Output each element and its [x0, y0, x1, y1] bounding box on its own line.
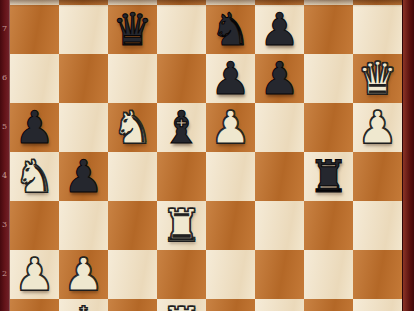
square-a7 — [10, 5, 59, 54]
square-f4 — [255, 152, 304, 201]
square-f7: ♟ — [255, 5, 304, 54]
piece-white-rook: ♜ — [157, 299, 206, 311]
square-h3 — [353, 201, 402, 250]
square-f1 — [255, 299, 304, 311]
piece-white-knight: ♞ — [10, 152, 59, 201]
piece-white-knight: ♞ — [108, 103, 157, 152]
piece-black-pawn: ♟ — [255, 5, 304, 54]
piece-black-pawn: ♟ — [59, 152, 108, 201]
rank-label-2: 2 — [0, 270, 9, 278]
square-a2: ♟ — [10, 250, 59, 299]
square-e5: ♟ — [206, 103, 255, 152]
square-h2 — [353, 250, 402, 299]
square-e6: ♟ — [206, 54, 255, 103]
square-c7: ♛ — [108, 5, 157, 54]
square-f2 — [255, 250, 304, 299]
square-h5: ♟ — [353, 103, 402, 152]
square-c2 — [108, 250, 157, 299]
piece-white-king: ♚ — [59, 299, 108, 311]
square-e3 — [206, 201, 255, 250]
square-c4 — [108, 152, 157, 201]
square-e7: ♞ — [206, 5, 255, 54]
rank-label-6: 6 — [0, 74, 9, 82]
square-g3 — [304, 201, 353, 250]
square-f3 — [255, 201, 304, 250]
rank-labels-strip: 765432 — [0, 0, 10, 311]
square-d5: ♝ — [157, 103, 206, 152]
square-h6: ♛ — [353, 54, 402, 103]
piece-white-queen: ♛ — [353, 54, 402, 103]
square-b3 — [59, 201, 108, 250]
square-c1 — [108, 299, 157, 311]
square-d7 — [157, 5, 206, 54]
piece-white-pawn: ♟ — [353, 103, 402, 152]
square-a4: ♞ — [10, 152, 59, 201]
rank-label-7: 7 — [0, 25, 9, 33]
piece-black-pawn: ♟ — [255, 54, 304, 103]
square-a5: ♟ — [10, 103, 59, 152]
square-f6: ♟ — [255, 54, 304, 103]
piece-white-pawn: ♟ — [206, 103, 255, 152]
chess-board: ♚♛♞♟♟♟♛♟♞♝♟♟♞♟♜♜♟♟♚♜ — [10, 0, 402, 311]
right-frame-strip — [402, 0, 414, 311]
square-h1 — [353, 299, 402, 311]
square-g6 — [304, 54, 353, 103]
piece-white-rook: ♜ — [157, 201, 206, 250]
rank-label-3: 3 — [0, 221, 9, 229]
square-g2 — [304, 250, 353, 299]
square-g5 — [304, 103, 353, 152]
piece-black-queen: ♛ — [108, 5, 157, 54]
piece-black-rook: ♜ — [304, 152, 353, 201]
square-c6 — [108, 54, 157, 103]
rank-label-5: 5 — [0, 123, 9, 131]
chess-board-image: ♚♛♞♟♟♟♛♟♞♝♟♟♞♟♜♜♟♟♚♜ 765432 — [0, 0, 414, 311]
square-d3: ♜ — [157, 201, 206, 250]
piece-white-pawn: ♟ — [10, 250, 59, 299]
piece-black-bishop: ♝ — [157, 103, 206, 152]
piece-white-pawn: ♟ — [59, 250, 108, 299]
square-e2 — [206, 250, 255, 299]
piece-black-pawn: ♟ — [206, 54, 255, 103]
square-g1 — [304, 299, 353, 311]
square-g4: ♜ — [304, 152, 353, 201]
square-d4 — [157, 152, 206, 201]
rank-label-4: 4 — [0, 172, 9, 180]
square-e1 — [206, 299, 255, 311]
square-f5 — [255, 103, 304, 152]
square-b1: ♚ — [59, 299, 108, 311]
square-b2: ♟ — [59, 250, 108, 299]
square-d2 — [157, 250, 206, 299]
piece-black-pawn: ♟ — [10, 103, 59, 152]
square-g7 — [304, 5, 353, 54]
square-e4 — [206, 152, 255, 201]
square-h4 — [353, 152, 402, 201]
square-d6 — [157, 54, 206, 103]
square-b7 — [59, 5, 108, 54]
square-a3 — [10, 201, 59, 250]
square-h7 — [353, 5, 402, 54]
square-c3 — [108, 201, 157, 250]
square-a1 — [10, 299, 59, 311]
square-b5 — [59, 103, 108, 152]
piece-black-knight: ♞ — [206, 5, 255, 54]
square-b6 — [59, 54, 108, 103]
square-b4: ♟ — [59, 152, 108, 201]
square-d1: ♜ — [157, 299, 206, 311]
square-c5: ♞ — [108, 103, 157, 152]
square-a6 — [10, 54, 59, 103]
